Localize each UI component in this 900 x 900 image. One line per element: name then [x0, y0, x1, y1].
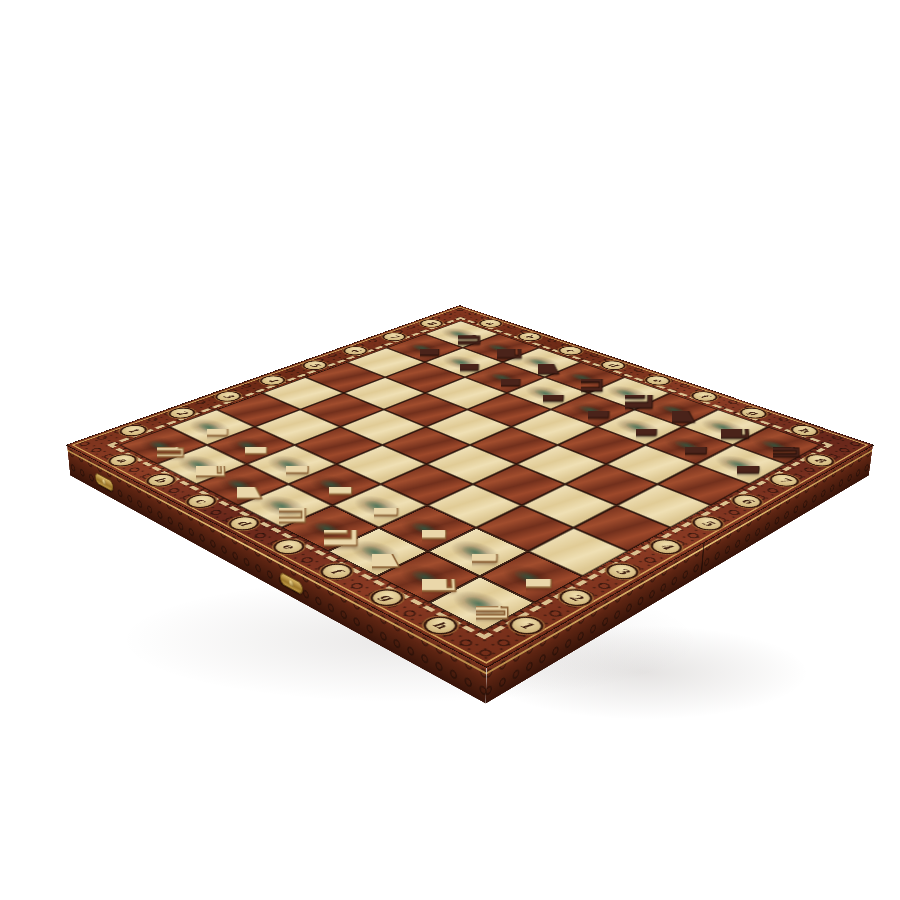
- brass-latch: [95, 472, 114, 493]
- folding-seam: [700, 542, 704, 576]
- product-photo: abcdefgh abcdefgh 87654321 87654321 ♜♞♝♛…: [0, 0, 900, 900]
- board-grid: ♜♞♝♛♚♝♞♜♟♟♟♟♟♟♟♟♟♟♟♟♟♟♟♟♜♞♝♛♚♝♞♜: [119, 321, 820, 631]
- chess-board: abcdefgh abcdefgh 87654321 87654321 ♜♞♝♛…: [67, 306, 873, 667]
- black-pawn-h7[interactable]: ♟: [704, 395, 770, 490]
- perspective-wrapper: abcdefgh abcdefgh 87654321 87654321 ♜♞♝♛…: [0, 0, 900, 900]
